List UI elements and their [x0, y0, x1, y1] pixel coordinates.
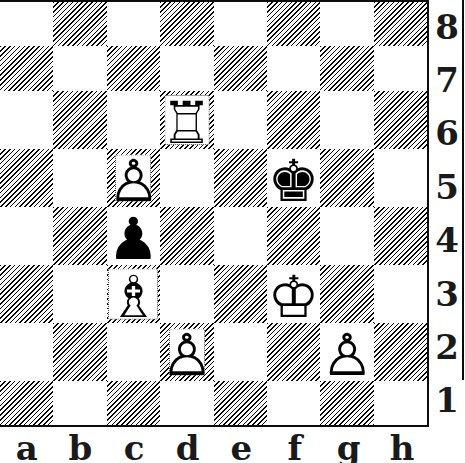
frame-right-edge-line — [462, 0, 464, 380]
square-c5: ♙ — [107, 149, 160, 207]
file-label-a: a — [0, 427, 54, 463]
square-d4 — [160, 207, 213, 265]
square-a5 — [0, 149, 53, 207]
square-h2 — [374, 323, 427, 381]
file-label-f: f — [268, 427, 322, 463]
square-a8 — [0, 2, 53, 46]
chess-diagram: ♖♙♚♟♗♔♙♙ 87654321 abcdefgh — [0, 0, 465, 463]
square-d7 — [160, 46, 213, 90]
black-king-icon: ♚ — [268, 152, 320, 210]
square-c2 — [107, 323, 160, 381]
black-pawn-icon: ♟ — [107, 210, 159, 268]
square-h1 — [374, 381, 427, 425]
rank-label-5: 5 — [429, 160, 465, 213]
square-d3 — [160, 265, 213, 323]
square-h4 — [374, 207, 427, 265]
white-pawn-icon: ♙ — [107, 152, 159, 210]
square-a3 — [0, 265, 53, 323]
square-f8 — [267, 2, 320, 46]
square-b6 — [53, 91, 106, 149]
square-g3 — [320, 265, 373, 323]
white-king-icon: ♔ — [268, 268, 320, 326]
white-pawn-icon: ♙ — [321, 326, 373, 384]
square-e6 — [214, 91, 267, 149]
square-h3 — [374, 265, 427, 323]
rank-labels: 87654321 — [429, 0, 465, 427]
square-d6: ♖ — [160, 91, 213, 149]
square-c4: ♟ — [107, 207, 160, 265]
square-h6 — [374, 91, 427, 149]
square-e5 — [214, 149, 267, 207]
square-c7 — [107, 46, 160, 90]
square-f2 — [267, 323, 320, 381]
square-g5 — [320, 149, 373, 207]
rank-label-6: 6 — [429, 107, 465, 160]
square-b3 — [53, 265, 106, 323]
square-g7 — [320, 46, 373, 90]
square-b4 — [53, 207, 106, 265]
square-f4 — [267, 207, 320, 265]
square-b1 — [53, 381, 106, 425]
white-rook-icon: ♖ — [161, 94, 213, 152]
square-g8 — [320, 2, 373, 46]
square-f5: ♚ — [267, 149, 320, 207]
square-c8 — [107, 2, 160, 46]
file-label-d: d — [161, 427, 215, 463]
square-a1 — [0, 381, 53, 425]
square-h8 — [374, 2, 427, 46]
white-bishop-icon: ♗ — [107, 268, 159, 326]
square-g2: ♙ — [320, 323, 373, 381]
file-label-h: h — [375, 427, 429, 463]
square-d5 — [160, 149, 213, 207]
square-c3: ♗ — [107, 265, 160, 323]
square-f3: ♔ — [267, 265, 320, 323]
file-labels: abcdefgh — [0, 427, 429, 463]
rank-label-4: 4 — [429, 214, 465, 267]
square-a6 — [0, 91, 53, 149]
square-c6 — [107, 91, 160, 149]
square-f7 — [267, 46, 320, 90]
chess-board: ♖♙♚♟♗♔♙♙ — [0, 0, 429, 427]
square-b7 — [53, 46, 106, 90]
square-d8 — [160, 2, 213, 46]
rank-label-1: 1 — [429, 374, 465, 427]
square-f1 — [267, 381, 320, 425]
square-c1 — [107, 381, 160, 425]
square-b8 — [53, 2, 106, 46]
rank-label-8: 8 — [429, 0, 465, 53]
square-h5 — [374, 149, 427, 207]
square-e1 — [214, 381, 267, 425]
square-a7 — [0, 46, 53, 90]
square-b2 — [53, 323, 106, 381]
square-e2 — [214, 323, 267, 381]
square-g6 — [320, 91, 373, 149]
square-b5 — [53, 149, 106, 207]
square-e8 — [214, 2, 267, 46]
square-e4 — [214, 207, 267, 265]
file-label-c: c — [107, 427, 161, 463]
file-label-e: e — [215, 427, 269, 463]
square-e3 — [214, 265, 267, 323]
square-a4 — [0, 207, 53, 265]
square-e7 — [214, 46, 267, 90]
file-label-b: b — [54, 427, 108, 463]
rank-label-7: 7 — [429, 53, 465, 106]
rank-label-3: 3 — [429, 267, 465, 320]
square-f6 — [267, 91, 320, 149]
white-pawn-icon: ♙ — [161, 326, 213, 384]
square-a2 — [0, 323, 53, 381]
square-g4 — [320, 207, 373, 265]
file-label-g: g — [322, 427, 376, 463]
rank-label-2: 2 — [429, 320, 465, 373]
square-h7 — [374, 46, 427, 90]
square-d2: ♙ — [160, 323, 213, 381]
